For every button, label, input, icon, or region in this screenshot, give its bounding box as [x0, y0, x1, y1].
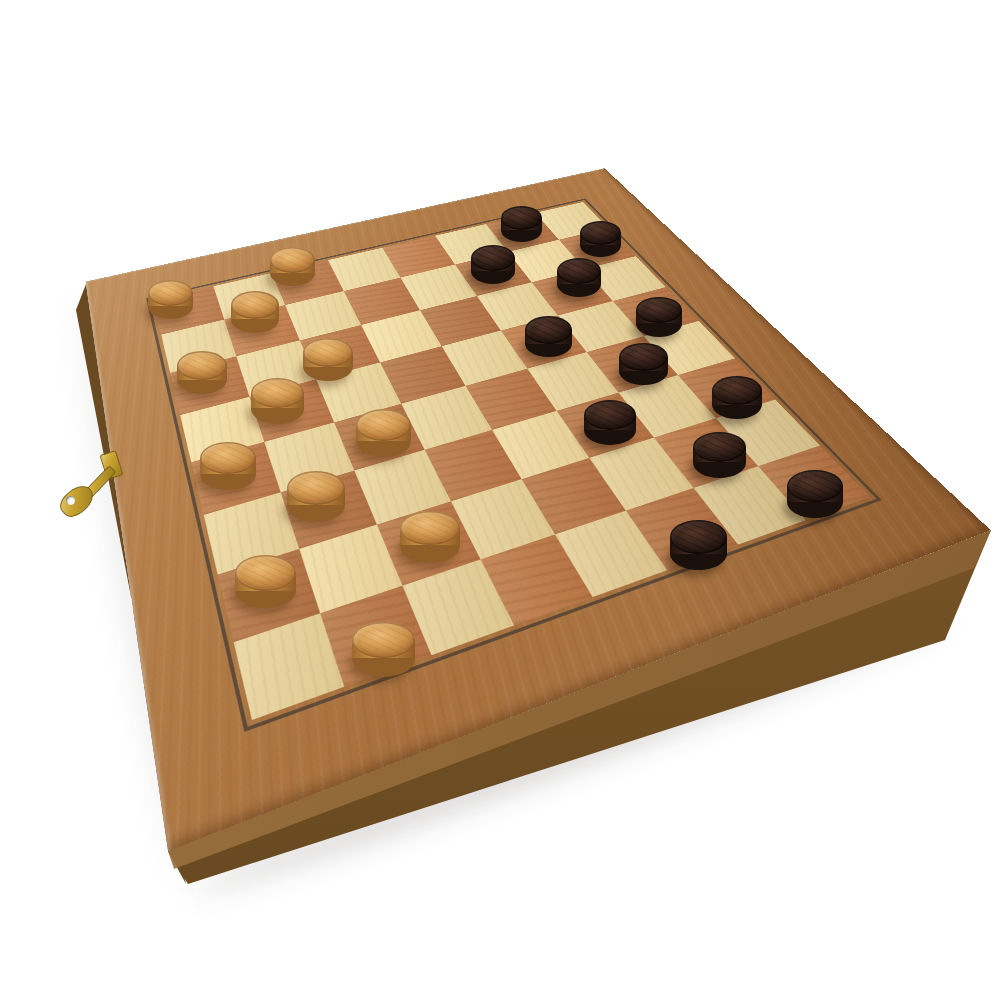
checker-dark-piece[interactable] — [471, 245, 515, 283]
checker-light-piece[interactable] — [148, 280, 193, 319]
checker-light-piece[interactable] — [270, 247, 315, 286]
dark-piece-top-face — [619, 343, 668, 371]
dark-piece-top-face — [580, 221, 621, 245]
dark-piece-top-face — [525, 316, 572, 343]
checker-light-piece[interactable] — [251, 378, 304, 424]
dark-piece-top-face — [501, 206, 542, 230]
checker-dark-piece[interactable] — [525, 316, 572, 357]
checker-dark-piece[interactable] — [557, 258, 601, 296]
checker-light-piece[interactable] — [352, 622, 415, 677]
checker-light-piece[interactable] — [200, 442, 256, 491]
dark-piece-top-face — [693, 432, 746, 463]
checker-dark-piece[interactable] — [584, 400, 636, 445]
dark-piece-top-face — [670, 520, 727, 553]
checker-dark-piece[interactable] — [787, 470, 843, 519]
dark-piece-top-face — [712, 376, 762, 405]
light-piece-top-face — [235, 555, 296, 590]
light-piece-top-face — [400, 511, 460, 546]
board-top-face — [86, 168, 991, 851]
checker-light-piece[interactable] — [287, 471, 345, 521]
checker-light-piece[interactable] — [400, 511, 460, 563]
dark-piece-top-face — [584, 400, 636, 430]
brass-latch-key-hole — [66, 496, 75, 505]
checker-dark-piece[interactable] — [501, 206, 542, 242]
light-piece-top-face — [270, 247, 315, 273]
dark-piece-top-face — [636, 297, 682, 324]
dark-piece-top-face — [557, 258, 601, 284]
checker-dark-piece[interactable] — [619, 343, 668, 386]
light-piece-top-face — [231, 291, 279, 319]
light-piece-top-face — [303, 338, 353, 367]
light-piece-top-face — [356, 409, 411, 441]
light-piece-top-face — [287, 471, 345, 505]
dark-piece-top-face — [787, 470, 843, 502]
light-piece-top-face — [200, 442, 256, 474]
light-piece-top-face — [352, 622, 415, 659]
checker-dark-piece[interactable] — [670, 520, 727, 570]
light-piece-top-face — [251, 378, 304, 409]
checker-dark-piece[interactable] — [693, 432, 746, 478]
light-piece-top-face — [148, 280, 193, 306]
checker-light-piece[interactable] — [231, 291, 279, 333]
checker-light-piece[interactable] — [356, 409, 411, 457]
checker-light-piece[interactable] — [235, 555, 296, 608]
checkers-box-photo — [0, 0, 1000, 1000]
checker-dark-piece[interactable] — [580, 221, 621, 257]
checker-light-piece[interactable] — [177, 351, 227, 395]
checker-dark-piece[interactable] — [712, 376, 762, 420]
light-piece-top-face — [177, 351, 227, 380]
checker-light-piece[interactable] — [303, 338, 353, 382]
checker-dark-piece[interactable] — [636, 297, 682, 337]
dark-piece-top-face — [471, 245, 515, 271]
